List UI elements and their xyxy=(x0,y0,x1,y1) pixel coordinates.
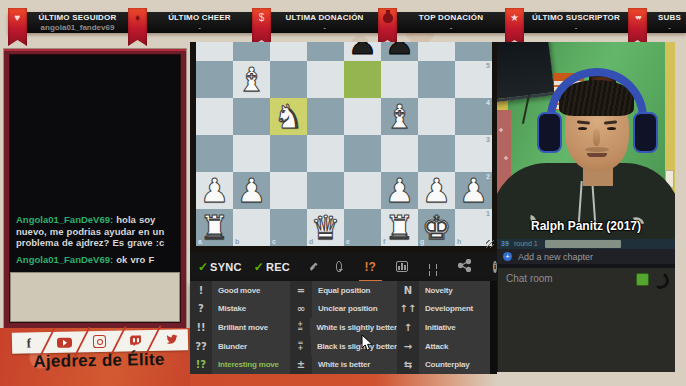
square-a3[interactable] xyxy=(196,135,233,172)
board-resize-handle[interactable] xyxy=(486,240,494,248)
chat-username: Angola01_FanDeV69: xyxy=(16,254,113,265)
menu-item-label: Mistake xyxy=(212,304,246,313)
menu-item-symbol: N xyxy=(397,281,419,300)
rec-button[interactable]: ✓ REC xyxy=(254,260,290,274)
menu-item-symbol: ?? xyxy=(190,337,212,356)
menu-item-label: Interesting move xyxy=(212,360,279,369)
topbar-item-value: - xyxy=(524,23,628,33)
menu-item-symbol: ? xyxy=(190,300,212,319)
square-d5[interactable] xyxy=(307,61,344,98)
sync-button[interactable]: ✓ SYNC xyxy=(198,260,242,274)
square-f1[interactable]: f♜ xyxy=(381,209,418,246)
bar-chart-icon[interactable] xyxy=(396,261,408,272)
square-b6[interactable] xyxy=(233,42,270,61)
chat-message: Angola01_FanDeV69: ok vro F xyxy=(16,254,176,266)
menu-item-symbol: ∞ xyxy=(290,300,312,319)
square-g5[interactable] xyxy=(418,61,455,98)
menu-item-initiative[interactable]: ↑Initiative xyxy=(397,318,490,337)
square-g4[interactable] xyxy=(418,98,455,135)
menu-item-brilliant-move[interactable]: !!Brilliant move xyxy=(190,318,290,337)
square-c1[interactable]: c xyxy=(270,209,307,246)
topbar-item-label: SUBS xyxy=(647,13,686,23)
file-label-b: b xyxy=(235,238,239,245)
topbar-item--ltimo-suscriptor: ★ÚLTIMO SUSCRIPTOR- xyxy=(505,8,628,46)
square-d6[interactable] xyxy=(307,42,344,61)
chat-panel: Angola01_FanDeV69: hola soy nuevo, me po… xyxy=(4,49,186,328)
square-f5[interactable] xyxy=(381,61,418,98)
bits-icon: ♦ xyxy=(128,8,147,46)
double-heart-icon: ♥♥ xyxy=(628,8,647,46)
square-a1[interactable]: a♜ xyxy=(196,209,233,246)
square-d3[interactable] xyxy=(307,135,344,172)
menu-item-equal-position[interactable]: =Equal position xyxy=(290,281,397,300)
stream-screen: ♥ÚLTIMO SEGUIDORangola01_fandev69♦ÚLTIMO… xyxy=(0,0,686,386)
chat-room-panel: Chat room xyxy=(498,268,675,372)
menu-item-symbol: ↑ xyxy=(397,318,419,337)
white-bishop: ♝ xyxy=(233,61,270,98)
menu-item-symbol: += xyxy=(290,318,310,337)
topbar-item-label: ÚLTIMO SUSCRIPTOR xyxy=(524,13,628,23)
annotation-menu-col-ideas: NNovelty↑↑Development↑Initiative→Attack⇆… xyxy=(397,281,490,374)
moneybag-icon xyxy=(378,8,397,46)
tv-monitor xyxy=(497,42,555,103)
menu-item-label: Attack xyxy=(419,342,448,351)
rank-label-4: 4 xyxy=(486,99,490,106)
menu-item-label: White is slightly better xyxy=(310,323,397,332)
menu-item-label: Good move xyxy=(212,286,260,295)
file-label-e: e xyxy=(346,238,350,245)
chat-username: Angola01_FanDeV69: xyxy=(16,214,113,225)
topbar-item-label: TOP DONACIÓN xyxy=(397,13,505,23)
add-chapter-label: Add a new chapter xyxy=(518,252,593,262)
menu-item-white-is-slightly-better[interactable]: +=White is slightly better xyxy=(290,318,397,337)
square-c4[interactable]: ♞ xyxy=(270,98,307,135)
annotation-menu: !Good move?Mistake!!Brilliant move??Blun… xyxy=(190,281,490,374)
topbar-item-ultima-donaci-n: $ULTIMA DONACIÓN- xyxy=(252,8,378,46)
black-pawn-clipped: ♟ xyxy=(344,42,381,61)
menu-item-symbol: ± xyxy=(290,355,312,374)
square-e5[interactable] xyxy=(344,61,381,98)
square-g2[interactable]: ♟ xyxy=(418,172,455,209)
headphones-earcup-left xyxy=(537,112,562,153)
square-b3[interactable] xyxy=(233,135,270,172)
square-b4[interactable] xyxy=(233,98,270,135)
square-d4[interactable] xyxy=(307,98,344,135)
white-rook: ♜ xyxy=(196,209,233,246)
square-a2[interactable]: ♟ xyxy=(196,172,233,209)
mouse-cursor xyxy=(361,334,375,352)
square-h3[interactable]: 3 xyxy=(455,135,492,172)
square-e3[interactable] xyxy=(344,135,381,172)
menu-item-label: White is better xyxy=(312,360,370,369)
menu-item-label: Development xyxy=(419,304,473,313)
analysis-toolbar: ✓ SYNC ✓ REC !? i xyxy=(190,252,497,281)
rank-label-3: 3 xyxy=(486,136,490,143)
menu-item-counterplay[interactable]: ⇆Counterplay xyxy=(397,355,490,374)
status-square-icon xyxy=(636,273,649,286)
chapter-row[interactable]: 39 round 1 xyxy=(497,239,675,249)
square-a4[interactable] xyxy=(196,98,233,135)
square-e2[interactable] xyxy=(344,172,381,209)
menu-item-symbol: → xyxy=(397,337,419,356)
star-icon: ★ xyxy=(505,8,524,46)
right-column: Ralph Panitz (2017) 39 round 1 + Add a n… xyxy=(497,42,675,372)
video-edge-strip xyxy=(490,281,497,374)
webcam-view: Ralph Panitz (2017) xyxy=(497,42,675,239)
menu-item-unclear-position[interactable]: ∞Unclear position xyxy=(290,300,397,319)
menu-item-mistake[interactable]: ?Mistake xyxy=(190,300,290,319)
topbar-item-value: - xyxy=(147,23,252,33)
topbar-item-label: ULTIMA DONACIÓN xyxy=(271,13,378,23)
rank-label-5: 5 xyxy=(486,62,490,69)
square-e1[interactable]: e xyxy=(344,209,381,246)
square-h2[interactable]: 2♟ xyxy=(455,172,492,209)
annotation-menu-col-moves: !Good move?Mistake!!Brilliant move??Blun… xyxy=(190,281,290,374)
square-c6[interactable] xyxy=(270,42,307,61)
headphones-earcup-right xyxy=(633,112,658,153)
topbar-item-value: - xyxy=(271,23,378,33)
menu-item-black-is-slightly-better[interactable]: =+Black is slightly better xyxy=(290,337,397,356)
square-a5[interactable] xyxy=(196,61,233,98)
menu-item-label: Brilliant move xyxy=(212,323,268,332)
chess-board: 87♟♟6♝5♞♝43♟♟♟♟2♟a♜bcd♛ef♜g♚1h xyxy=(196,42,492,246)
square-b2[interactable]: ♟ xyxy=(233,172,270,209)
chat-room-title: Chat room xyxy=(506,273,553,284)
square-d2[interactable] xyxy=(307,172,344,209)
square-f6[interactable]: ♟ xyxy=(381,42,418,61)
white-pawn: ♟ xyxy=(381,172,418,209)
menu-item-interesting-move[interactable]: !?Interesting move xyxy=(190,355,290,374)
white-bishop: ♝ xyxy=(381,98,418,135)
square-a6[interactable] xyxy=(196,42,233,61)
square-b5[interactable]: ♝ xyxy=(233,61,270,98)
chapter-time[interactable]: 39 xyxy=(501,239,509,249)
chapter-title: round 1 xyxy=(514,239,538,249)
square-f4[interactable]: ♝ xyxy=(381,98,418,135)
white-pawn: ♟ xyxy=(196,172,233,209)
square-h6[interactable]: 6 xyxy=(455,42,492,61)
menu-item-white-is-better[interactable]: ±White is better xyxy=(290,355,397,374)
chat-input-box[interactable] xyxy=(10,272,180,322)
background-orange-bottom xyxy=(190,374,497,386)
square-e4[interactable] xyxy=(344,98,381,135)
tag-icon[interactable] xyxy=(309,262,317,270)
menu-item-symbol: = xyxy=(290,281,312,300)
check-icon: ✓ xyxy=(198,260,208,274)
square-g1[interactable]: g♚ xyxy=(418,209,455,246)
square-b1[interactable]: b xyxy=(233,209,270,246)
topbar-item--ltimo-seguidor: ♥ÚLTIMO SEGUIDORangola01_fandev69 xyxy=(8,8,128,46)
sync-label: SYNC xyxy=(210,261,242,273)
webcam-caption: Ralph Panitz (2017) xyxy=(497,219,675,233)
menu-item-symbol: ⇆ xyxy=(397,355,419,374)
menu-item-symbol: ↑↑ xyxy=(397,300,419,319)
check-icon: ✓ xyxy=(254,260,264,274)
chapter-thumbnail xyxy=(545,240,621,248)
topbar-item-label: ÚLTIMO SEGUIDOR xyxy=(27,13,128,23)
topbar-item-value: angola01_fandev69 xyxy=(27,23,128,33)
square-c5[interactable] xyxy=(270,61,307,98)
square-g6[interactable] xyxy=(418,42,455,61)
square-f2[interactable]: ♟ xyxy=(381,172,418,209)
square-c2[interactable] xyxy=(270,172,307,209)
menu-item-symbol: ! xyxy=(190,281,212,300)
white-pawn: ♟ xyxy=(418,172,455,209)
chat-message: Angola01_FanDeV69: hola soy nuevo, me po… xyxy=(16,214,176,249)
topbar-item-value: - xyxy=(397,23,505,33)
square-c3[interactable] xyxy=(270,135,307,172)
menu-item-development[interactable]: ↑↑Development xyxy=(397,300,490,319)
menu-item-symbol: !! xyxy=(190,318,212,337)
menu-item-label: Counterplay xyxy=(419,360,469,369)
white-rook: ♜ xyxy=(381,209,418,246)
annotation-glyph-button[interactable]: !? xyxy=(363,260,378,274)
square-e6[interactable]: ♟ xyxy=(344,42,381,61)
topbar-item-value: - xyxy=(647,23,686,33)
white-pawn: ♟ xyxy=(233,172,270,209)
topbar-item--ltimo-cheer: ♦ÚLTIMO CHEER- xyxy=(128,8,252,46)
share-icon[interactable] xyxy=(458,258,471,276)
topbar-item-subs: ♥♥SUBS- xyxy=(628,8,686,46)
square-d1[interactable]: d♛ xyxy=(307,209,344,246)
topbar-item-label: ÚLTIMO CHEER xyxy=(147,13,252,23)
menu-item-label: Blunder xyxy=(212,342,247,351)
menu-item-symbol: =+ xyxy=(290,337,311,356)
channel-logo-text: Ajedrez de Élite xyxy=(8,349,190,372)
rec-label: REC xyxy=(266,261,290,273)
chat-message-list: Angola01_FanDeV69: hola soy nuevo, me po… xyxy=(16,209,176,265)
square-h4[interactable]: 4 xyxy=(455,98,492,135)
menu-item-attack[interactable]: →Attack xyxy=(397,337,490,356)
menu-item-label: Unclear position xyxy=(312,304,377,313)
annotation-menu-col-evaluations: =Equal position∞Unclear position+=White … xyxy=(290,281,397,374)
square-f3[interactable] xyxy=(381,135,418,172)
square-h5[interactable]: 5 xyxy=(455,61,492,98)
white-queen: ♛ xyxy=(307,209,344,246)
menu-item-label: Black is slightly better xyxy=(311,342,397,351)
phone-icon[interactable] xyxy=(650,270,671,291)
file-label-h: h xyxy=(457,238,461,245)
menu-item-good-move[interactable]: !Good move xyxy=(190,281,290,300)
file-label-c: c xyxy=(272,238,276,245)
grid-icon[interactable] xyxy=(429,264,431,269)
menu-item-label: Equal position xyxy=(312,286,370,295)
white-knight: ♞ xyxy=(270,98,307,135)
add-chapter-row[interactable]: + Add a new chapter xyxy=(497,249,675,264)
menu-item-label: Novelty xyxy=(419,286,453,295)
menu-item-novelty[interactable]: NNovelty xyxy=(397,281,490,300)
menu-item-blunder[interactable]: ??Blunder xyxy=(190,337,290,356)
twitter-icon[interactable] xyxy=(154,329,188,351)
white-pawn: ♟ xyxy=(455,172,492,209)
chess-board-panel: 87♟♟6♝5♞♝43♟♟♟♟2♟a♜bcd♛ef♜g♚1h xyxy=(190,42,497,252)
menu-item-symbol: !? xyxy=(190,355,212,374)
rank-label-1: 1 xyxy=(486,210,490,217)
black-pawn-clipped: ♟ xyxy=(381,42,418,61)
dollar-icon: $ xyxy=(252,8,271,46)
add-chapter-icon[interactable]: + xyxy=(503,252,512,261)
heart-icon: ♥ xyxy=(8,8,27,46)
topbar-item-top-donaci-n: TOP DONACIÓN- xyxy=(378,8,505,46)
square-g3[interactable] xyxy=(418,135,455,172)
white-king: ♚ xyxy=(418,209,455,246)
menu-item-label: Initiative xyxy=(419,323,455,332)
speech-bubble-icon[interactable] xyxy=(336,261,342,272)
